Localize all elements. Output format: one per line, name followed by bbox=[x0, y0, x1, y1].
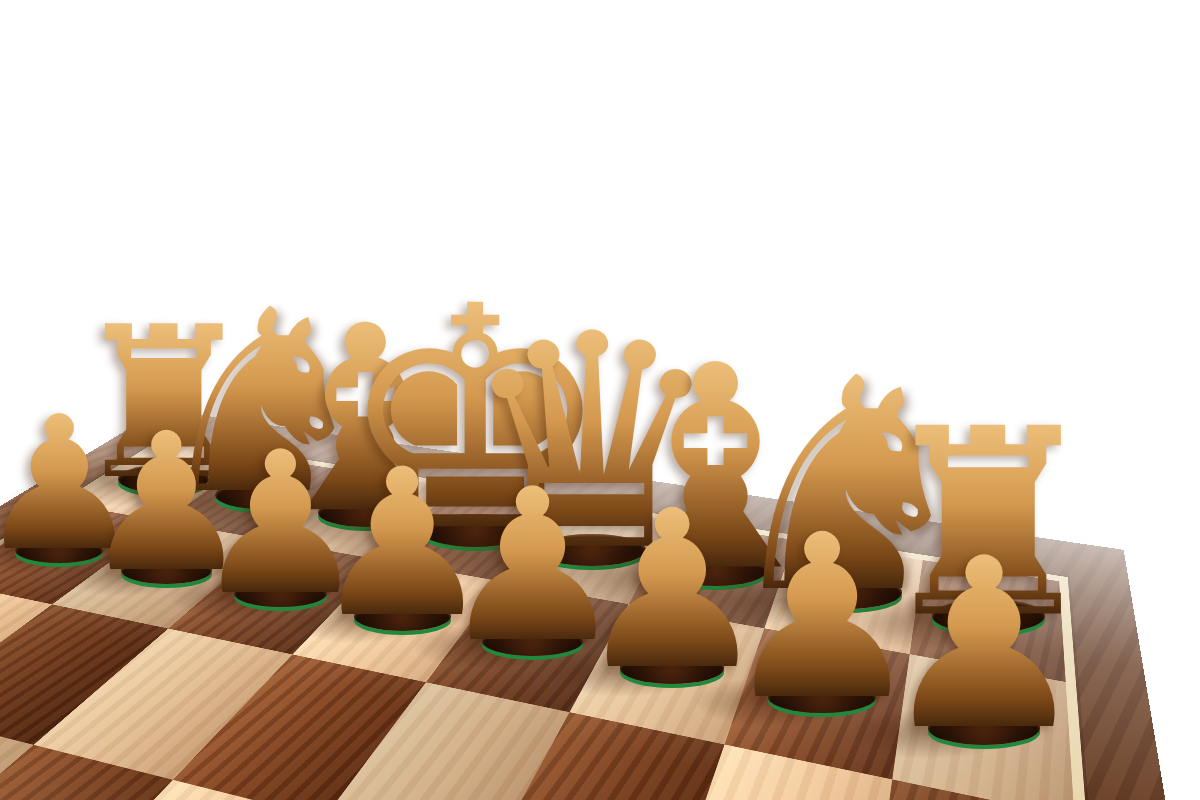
photo-scene: ♜♞♝♛♚♝♞♜♟♟♟♟♟♟♟♟ bbox=[0, 0, 1200, 800]
piece-white-pawn[interactable]: ♟ bbox=[879, 533, 1090, 756]
product-photo: ♜♞♝♛♚♝♞♜♟♟♟♟♟♟♟♟ bbox=[0, 0, 1200, 800]
